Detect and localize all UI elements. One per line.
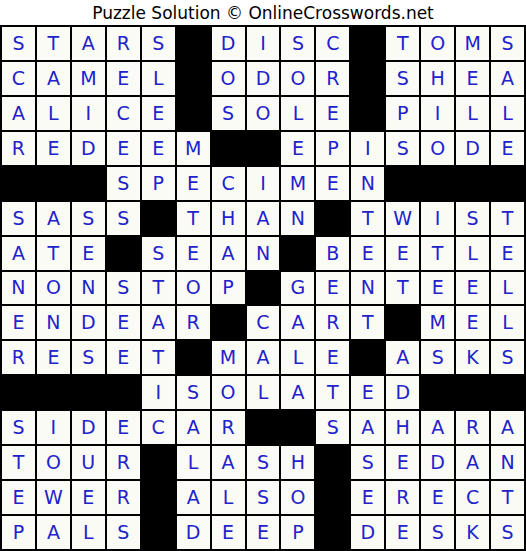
letter-cell: E (37, 341, 70, 374)
letter-cell: S (456, 202, 489, 235)
letter-cell: E (351, 237, 384, 270)
letter-cell: C (107, 97, 140, 130)
letter-cell: T (351, 306, 384, 339)
letter-cell: I (72, 97, 105, 130)
letter-cell: E (281, 132, 314, 165)
letter-cell: A (281, 376, 314, 409)
letter-cell: E (2, 481, 35, 514)
black-cell (177, 62, 210, 95)
black-cell (456, 376, 489, 409)
letter-cell: C (316, 27, 349, 60)
black-cell (107, 376, 140, 409)
letter-cell: T (316, 376, 349, 409)
letter-cell: R (2, 132, 35, 165)
black-cell (281, 237, 314, 270)
black-cell (212, 306, 245, 339)
letter-cell: T (37, 237, 70, 270)
letter-cell: A (177, 411, 210, 444)
letter-cell: R (107, 481, 140, 514)
letter-cell: E (421, 481, 454, 514)
letter-cell: E (37, 132, 70, 165)
letter-cell: E (316, 167, 349, 200)
black-cell (456, 167, 489, 200)
letter-cell: S (142, 237, 175, 270)
letter-cell: D (72, 132, 105, 165)
black-cell (72, 167, 105, 200)
letter-cell: R (2, 341, 35, 374)
letter-cell: C (247, 306, 280, 339)
letter-cell: R (107, 446, 140, 479)
letter-cell: S (72, 341, 105, 374)
letter-cell: M (212, 341, 245, 374)
letter-cell: E (491, 132, 524, 165)
letter-cell: M (177, 132, 210, 165)
letter-cell: W (386, 202, 419, 235)
letter-cell: A (37, 62, 70, 95)
letter-cell: U (72, 446, 105, 479)
letter-cell: O (421, 132, 454, 165)
letter-cell: E (247, 516, 280, 549)
letter-cell: R (107, 27, 140, 60)
letter-cell: R (177, 306, 210, 339)
black-cell (386, 306, 419, 339)
letter-cell: A (456, 446, 489, 479)
letter-cell: I (247, 27, 280, 60)
letter-cell: N (281, 202, 314, 235)
letter-cell: H (386, 411, 419, 444)
letter-cell: A (2, 97, 35, 130)
letter-cell: E (177, 237, 210, 270)
letter-cell: E (142, 97, 175, 130)
letter-cell: D (247, 62, 280, 95)
letter-cell: S (281, 27, 314, 60)
black-cell (142, 516, 175, 549)
letter-cell: E (107, 62, 140, 95)
letter-cell: C (212, 167, 245, 200)
letter-cell: T (386, 27, 419, 60)
letter-cell: O (212, 62, 245, 95)
letter-cell: D (421, 446, 454, 479)
letter-cell: E (2, 306, 35, 339)
letter-cell: S (107, 202, 140, 235)
letter-cell: S (491, 516, 524, 549)
letter-cell: M (456, 27, 489, 60)
letter-cell: L (456, 237, 489, 270)
letter-cell: D (212, 27, 245, 60)
letter-cell: P (2, 516, 35, 549)
black-cell (316, 446, 349, 479)
letter-cell: I (351, 132, 384, 165)
black-cell (177, 27, 210, 60)
letter-cell: P (386, 97, 419, 130)
black-cell (316, 202, 349, 235)
letter-cell: S (491, 341, 524, 374)
letter-cell: A (386, 341, 419, 374)
letter-cell: A (177, 481, 210, 514)
letter-cell: H (281, 446, 314, 479)
letter-cell: S (247, 446, 280, 479)
letter-cell: T (2, 446, 35, 479)
letter-cell: A (212, 237, 245, 270)
letter-cell: I (421, 202, 454, 235)
letter-cell: A (247, 202, 280, 235)
letter-cell: C (2, 62, 35, 95)
letter-cell: A (212, 446, 245, 479)
letter-cell: L (142, 62, 175, 95)
letter-cell: S (2, 202, 35, 235)
letter-cell: M (281, 167, 314, 200)
letter-cell: D (386, 376, 419, 409)
letter-cell: O (281, 62, 314, 95)
letter-cell: S (386, 132, 419, 165)
letter-cell: S (421, 341, 454, 374)
letter-cell: R (316, 306, 349, 339)
letter-cell: E (351, 481, 384, 514)
letter-cell: I (37, 411, 70, 444)
letter-cell: I (421, 97, 454, 130)
letter-cell: P (316, 132, 349, 165)
letter-cell: E (316, 97, 349, 130)
letter-cell: O (37, 446, 70, 479)
black-cell (281, 411, 314, 444)
letter-cell: D (72, 411, 105, 444)
letter-cell: A (37, 516, 70, 549)
letter-cell: A (281, 306, 314, 339)
letter-cell: D (456, 132, 489, 165)
letter-cell: T (142, 341, 175, 374)
black-cell (247, 411, 280, 444)
letter-cell: R (212, 411, 245, 444)
letter-cell: E (107, 341, 140, 374)
black-cell (142, 446, 175, 479)
letter-cell: T (177, 202, 210, 235)
letter-cell: A (142, 306, 175, 339)
letter-cell: S (421, 516, 454, 549)
crossword-grid: STARSDISCTOMSCAMELODORSHEAALICESOLEPILLR… (0, 25, 526, 551)
letter-cell: E (316, 272, 349, 305)
letter-cell: S (107, 516, 140, 549)
letter-cell: A (72, 27, 105, 60)
letter-cell: E (456, 306, 489, 339)
letter-cell: S (386, 62, 419, 95)
letter-cell: C (142, 411, 175, 444)
letter-cell: E (142, 132, 175, 165)
letter-cell: R (456, 411, 489, 444)
black-cell (421, 167, 454, 200)
letter-cell: S (2, 411, 35, 444)
letter-cell: I (142, 376, 175, 409)
black-cell (386, 167, 419, 200)
letter-cell: O (247, 97, 280, 130)
letter-cell: L (281, 97, 314, 130)
letter-cell: E (177, 167, 210, 200)
letter-cell: I (247, 167, 280, 200)
letter-cell: E (386, 516, 419, 549)
letter-cell: L (491, 97, 524, 130)
letter-cell: K (456, 341, 489, 374)
black-cell (2, 167, 35, 200)
black-cell (37, 167, 70, 200)
letter-cell: E (491, 237, 524, 270)
letter-cell: T (491, 481, 524, 514)
letter-cell: S (351, 446, 384, 479)
letter-cell: O (37, 272, 70, 305)
letter-cell: N (351, 167, 384, 200)
letter-cell: N (72, 272, 105, 305)
black-cell (316, 481, 349, 514)
letter-cell: L (491, 272, 524, 305)
letter-cell: L (212, 481, 245, 514)
letter-cell: O (281, 481, 314, 514)
letter-cell: A (491, 62, 524, 95)
letter-cell: L (72, 516, 105, 549)
letter-cell: A (351, 411, 384, 444)
letter-cell: R (316, 62, 349, 95)
black-cell (491, 376, 524, 409)
letter-cell: S (72, 202, 105, 235)
letter-cell: H (421, 62, 454, 95)
letter-cell: E (72, 481, 105, 514)
black-cell (142, 202, 175, 235)
letter-cell: M (72, 62, 105, 95)
letter-cell: L (37, 97, 70, 130)
letter-cell: E (212, 516, 245, 549)
black-cell (421, 376, 454, 409)
letter-cell: E (351, 376, 384, 409)
letter-cell: N (247, 237, 280, 270)
letter-cell: P (212, 272, 245, 305)
letter-cell: L (491, 306, 524, 339)
letter-cell: S (107, 272, 140, 305)
letter-cell: N (37, 306, 70, 339)
letter-cell: E (386, 446, 419, 479)
letter-cell: S (142, 27, 175, 60)
black-cell (107, 237, 140, 270)
letter-cell: E (456, 62, 489, 95)
letter-cell: D (72, 306, 105, 339)
black-cell (177, 97, 210, 130)
letter-cell: E (107, 306, 140, 339)
letter-cell: E (107, 132, 140, 165)
letter-cell: E (107, 411, 140, 444)
black-cell (351, 27, 384, 60)
letter-cell: T (351, 202, 384, 235)
letter-cell: L (281, 341, 314, 374)
letter-cell: H (212, 202, 245, 235)
black-cell (316, 516, 349, 549)
black-cell (351, 62, 384, 95)
letter-cell: B (316, 237, 349, 270)
letter-cell: T (142, 272, 175, 305)
letter-cell: C (456, 481, 489, 514)
letter-cell: A (2, 237, 35, 270)
black-cell (212, 132, 245, 165)
letter-cell: N (2, 272, 35, 305)
letter-cell: W (37, 481, 70, 514)
letter-cell: S (491, 27, 524, 60)
letter-cell: S (316, 411, 349, 444)
letter-cell: E (456, 272, 489, 305)
letter-cell: M (421, 306, 454, 339)
letter-cell: A (421, 411, 454, 444)
letter-cell: T (37, 27, 70, 60)
black-cell (351, 97, 384, 130)
letter-cell: S (2, 27, 35, 60)
letter-cell: D (177, 516, 210, 549)
black-cell (177, 341, 210, 374)
letter-cell: K (456, 516, 489, 549)
black-cell (247, 272, 280, 305)
letter-cell: L (177, 446, 210, 479)
letter-cell: E (316, 341, 349, 374)
letter-cell: O (212, 376, 245, 409)
letter-cell: A (491, 411, 524, 444)
letter-cell: A (247, 341, 280, 374)
letter-cell: N (351, 272, 384, 305)
black-cell (72, 376, 105, 409)
page-title: Puzzle Solution © OnlineCrosswords.net (0, 0, 526, 25)
letter-cell: G (281, 272, 314, 305)
letter-cell: L (456, 97, 489, 130)
letter-cell: E (421, 272, 454, 305)
letter-cell: E (386, 237, 419, 270)
letter-cell: N (491, 446, 524, 479)
letter-cell: T (421, 237, 454, 270)
letter-cell: S (212, 97, 245, 130)
letter-cell: T (386, 272, 419, 305)
letter-cell: L (247, 376, 280, 409)
letter-cell: S (107, 167, 140, 200)
black-cell (37, 376, 70, 409)
letter-cell: A (37, 202, 70, 235)
letter-cell: S (247, 481, 280, 514)
letter-cell: E (72, 237, 105, 270)
black-cell (351, 341, 384, 374)
black-cell (247, 132, 280, 165)
letter-cell: P (142, 167, 175, 200)
letter-cell: D (351, 516, 384, 549)
black-cell (142, 481, 175, 514)
letter-cell: R (386, 481, 419, 514)
black-cell (491, 167, 524, 200)
letter-cell: O (177, 272, 210, 305)
black-cell (2, 376, 35, 409)
letter-cell: S (177, 376, 210, 409)
letter-cell: T (491, 202, 524, 235)
letter-cell: P (281, 516, 314, 549)
letter-cell: O (421, 27, 454, 60)
